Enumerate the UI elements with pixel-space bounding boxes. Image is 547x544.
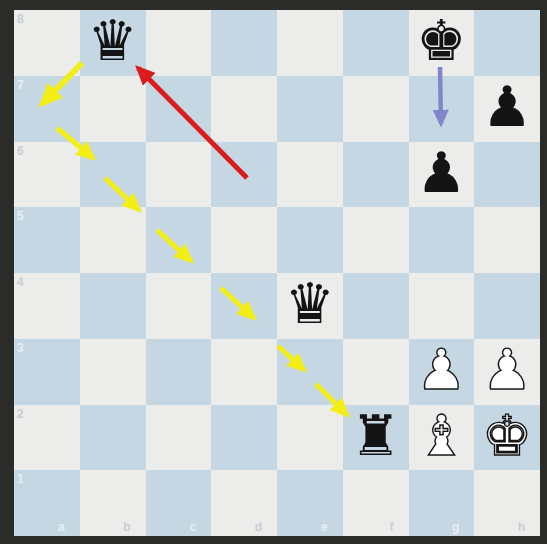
square-e6[interactable] [277, 142, 343, 208]
square-f7[interactable] [343, 76, 409, 142]
square-c3[interactable] [146, 339, 212, 405]
file-label-f: f [390, 521, 394, 533]
square-f6[interactable] [343, 142, 409, 208]
square-d3[interactable] [211, 339, 277, 405]
file-label-b: b [123, 521, 130, 533]
square-c1[interactable]: c [146, 470, 212, 536]
square-d8[interactable] [211, 10, 277, 76]
piece-black-pawn-h7[interactable]: ♟ [482, 74, 532, 140]
rank-label-6: 6 [17, 145, 24, 157]
chessboard: 8♛♚7♟6♟54♛3♟♟2♜♝♚1abcdefgh [14, 10, 540, 536]
square-c4[interactable] [146, 273, 212, 339]
square-a2[interactable]: 2 [14, 405, 80, 471]
square-c7[interactable] [146, 76, 212, 142]
piece-black-queen-b8[interactable]: ♛ [88, 8, 138, 74]
file-label-d: d [255, 521, 262, 533]
square-f8[interactable] [343, 10, 409, 76]
piece-white-pawn-h3[interactable]: ♟ [482, 337, 532, 403]
square-h5[interactable] [474, 207, 540, 273]
square-h4[interactable] [474, 273, 540, 339]
rank-label-2: 2 [17, 408, 24, 420]
square-e1[interactable]: e [277, 470, 343, 536]
square-g5[interactable] [409, 207, 475, 273]
square-d4[interactable] [211, 273, 277, 339]
file-label-e: e [321, 521, 328, 533]
square-g8[interactable]: ♚ [409, 10, 475, 76]
square-b4[interactable] [80, 273, 146, 339]
rank-label-4: 4 [17, 276, 24, 288]
square-f5[interactable] [343, 207, 409, 273]
square-g6[interactable]: ♟ [409, 142, 475, 208]
square-h8[interactable] [474, 10, 540, 76]
square-b8[interactable]: ♛ [80, 10, 146, 76]
square-g2[interactable]: ♝ [409, 405, 475, 471]
square-a8[interactable]: 8 [14, 10, 80, 76]
chessboard-frame: 8♛♚7♟6♟54♛3♟♟2♜♝♚1abcdefgh [0, 0, 547, 544]
square-a6[interactable]: 6 [14, 142, 80, 208]
square-e3[interactable] [277, 339, 343, 405]
square-h2[interactable]: ♚ [474, 405, 540, 471]
square-c6[interactable] [146, 142, 212, 208]
rank-label-8: 8 [17, 13, 24, 25]
file-label-h: h [518, 521, 525, 533]
rank-label-1: 1 [17, 473, 24, 485]
rank-label-3: 3 [17, 342, 24, 354]
square-f1[interactable]: f [343, 470, 409, 536]
piece-black-rook-f2[interactable]: ♜ [351, 403, 401, 469]
square-a5[interactable]: 5 [14, 207, 80, 273]
square-h6[interactable] [474, 142, 540, 208]
file-label-c: c [190, 521, 197, 533]
square-e7[interactable] [277, 76, 343, 142]
square-g3[interactable]: ♟ [409, 339, 475, 405]
file-label-g: g [452, 521, 459, 533]
piece-black-king-g8[interactable]: ♚ [416, 8, 466, 74]
square-f3[interactable] [343, 339, 409, 405]
piece-black-queen-e4[interactable]: ♛ [285, 271, 335, 337]
square-d6[interactable] [211, 142, 277, 208]
rank-label-5: 5 [17, 210, 24, 222]
square-g1[interactable]: g [409, 470, 475, 536]
square-e5[interactable] [277, 207, 343, 273]
square-h7[interactable]: ♟ [474, 76, 540, 142]
square-b5[interactable] [80, 207, 146, 273]
square-g7[interactable] [409, 76, 475, 142]
square-b2[interactable] [80, 405, 146, 471]
piece-white-pawn-g3[interactable]: ♟ [416, 337, 466, 403]
rank-label-7: 7 [17, 79, 24, 91]
square-d2[interactable] [211, 405, 277, 471]
square-h1[interactable]: h [474, 470, 540, 536]
square-b7[interactable] [80, 76, 146, 142]
square-a3[interactable]: 3 [14, 339, 80, 405]
square-d5[interactable] [211, 207, 277, 273]
piece-white-king-h2[interactable]: ♚ [482, 403, 532, 469]
square-d1[interactable]: d [211, 470, 277, 536]
square-e2[interactable] [277, 405, 343, 471]
piece-white-bishop-g2[interactable]: ♝ [416, 403, 466, 469]
square-c8[interactable] [146, 10, 212, 76]
square-b6[interactable] [80, 142, 146, 208]
square-f2[interactable]: ♜ [343, 405, 409, 471]
square-a7[interactable]: 7 [14, 76, 80, 142]
square-c5[interactable] [146, 207, 212, 273]
square-d7[interactable] [211, 76, 277, 142]
square-b1[interactable]: b [80, 470, 146, 536]
file-label-a: a [58, 521, 65, 533]
square-a4[interactable]: 4 [14, 273, 80, 339]
square-g4[interactable] [409, 273, 475, 339]
piece-black-pawn-g6[interactable]: ♟ [416, 140, 466, 206]
square-e4[interactable]: ♛ [277, 273, 343, 339]
square-c2[interactable] [146, 405, 212, 471]
square-h3[interactable]: ♟ [474, 339, 540, 405]
square-f4[interactable] [343, 273, 409, 339]
square-e8[interactable] [277, 10, 343, 76]
square-b3[interactable] [80, 339, 146, 405]
square-a1[interactable]: 1a [14, 470, 80, 536]
